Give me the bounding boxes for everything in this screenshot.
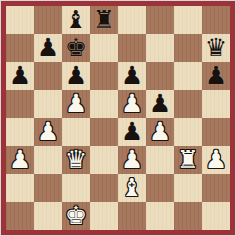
square-h4[interactable] — [202, 118, 230, 146]
square-b4[interactable]: ♟ — [34, 118, 62, 146]
square-h5[interactable] — [202, 90, 230, 118]
square-a5[interactable] — [6, 90, 34, 118]
square-d8[interactable]: ♜ — [90, 6, 118, 34]
square-g4[interactable] — [174, 118, 202, 146]
square-e1[interactable] — [118, 202, 146, 230]
square-e3[interactable]: ♟ — [118, 146, 146, 174]
white-rook-icon: ♜ — [177, 146, 199, 174]
white-pawn-icon: ♟ — [121, 146, 143, 174]
square-d3[interactable] — [90, 146, 118, 174]
square-b8[interactable] — [34, 6, 62, 34]
black-pawn-icon: ♟ — [9, 62, 31, 90]
square-d1[interactable] — [90, 202, 118, 230]
black-queen-icon: ♛ — [205, 34, 227, 62]
square-d4[interactable] — [90, 118, 118, 146]
square-g5[interactable] — [174, 90, 202, 118]
square-a7[interactable] — [6, 34, 34, 62]
square-d6[interactable] — [90, 62, 118, 90]
square-c6[interactable]: ♟ — [62, 62, 90, 90]
board-frame: ♝♜♟♚♛♟♟♟♟♟♟♟♟♟♟♟♛♟♜♟♝♚ — [0, 0, 236, 236]
white-pawn-icon: ♟ — [37, 118, 59, 146]
square-a3[interactable]: ♟ — [6, 146, 34, 174]
square-f2[interactable] — [146, 174, 174, 202]
black-pawn-icon: ♟ — [65, 62, 87, 90]
square-a1[interactable] — [6, 202, 34, 230]
square-g8[interactable] — [174, 6, 202, 34]
square-h6[interactable]: ♟ — [202, 62, 230, 90]
square-e6[interactable]: ♟ — [118, 62, 146, 90]
black-king-icon: ♚ — [65, 34, 87, 62]
square-g7[interactable] — [174, 34, 202, 62]
square-f6[interactable] — [146, 62, 174, 90]
square-e2[interactable]: ♝ — [118, 174, 146, 202]
square-f4[interactable]: ♟ — [146, 118, 174, 146]
square-b6[interactable] — [34, 62, 62, 90]
square-e8[interactable] — [118, 6, 146, 34]
black-pawn-icon: ♟ — [205, 62, 227, 90]
square-h7[interactable]: ♛ — [202, 34, 230, 62]
black-pawn-icon: ♟ — [149, 90, 171, 118]
square-c5[interactable]: ♟ — [62, 90, 90, 118]
white-pawn-icon: ♟ — [149, 118, 171, 146]
square-e5[interactable]: ♟ — [118, 90, 146, 118]
square-b3[interactable] — [34, 146, 62, 174]
black-pawn-icon: ♟ — [37, 34, 59, 62]
square-c7[interactable]: ♚ — [62, 34, 90, 62]
square-g2[interactable] — [174, 174, 202, 202]
square-c1[interactable]: ♚ — [62, 202, 90, 230]
chess-board: ♝♜♟♚♛♟♟♟♟♟♟♟♟♟♟♟♛♟♜♟♝♚ — [6, 6, 230, 230]
black-rook-icon: ♜ — [93, 6, 115, 34]
square-d7[interactable] — [90, 34, 118, 62]
square-b5[interactable] — [34, 90, 62, 118]
square-h2[interactable] — [202, 174, 230, 202]
square-b2[interactable] — [34, 174, 62, 202]
square-c2[interactable] — [62, 174, 90, 202]
square-a2[interactable] — [6, 174, 34, 202]
square-h3[interactable]: ♟ — [202, 146, 230, 174]
square-f7[interactable] — [146, 34, 174, 62]
white-pawn-icon: ♟ — [205, 146, 227, 174]
square-e4[interactable]: ♟ — [118, 118, 146, 146]
square-e7[interactable] — [118, 34, 146, 62]
white-bishop-icon: ♝ — [121, 174, 143, 202]
square-b7[interactable]: ♟ — [34, 34, 62, 62]
square-g6[interactable] — [174, 62, 202, 90]
square-c8[interactable]: ♝ — [62, 6, 90, 34]
square-f8[interactable] — [146, 6, 174, 34]
square-d2[interactable] — [90, 174, 118, 202]
white-pawn-icon: ♟ — [9, 146, 31, 174]
square-f3[interactable] — [146, 146, 174, 174]
white-king-icon: ♚ — [65, 202, 87, 230]
square-g3[interactable]: ♜ — [174, 146, 202, 174]
square-h8[interactable] — [202, 6, 230, 34]
square-a6[interactable]: ♟ — [6, 62, 34, 90]
square-b1[interactable] — [34, 202, 62, 230]
white-queen-icon: ♛ — [65, 146, 87, 174]
black-pawn-icon: ♟ — [121, 118, 143, 146]
square-c3[interactable]: ♛ — [62, 146, 90, 174]
square-a8[interactable] — [6, 6, 34, 34]
square-g1[interactable] — [174, 202, 202, 230]
white-pawn-icon: ♟ — [65, 90, 87, 118]
black-bishop-icon: ♝ — [65, 6, 87, 34]
black-pawn-icon: ♟ — [121, 62, 143, 90]
square-h1[interactable] — [202, 202, 230, 230]
square-f5[interactable]: ♟ — [146, 90, 174, 118]
white-pawn-icon: ♟ — [121, 90, 143, 118]
square-a4[interactable] — [6, 118, 34, 146]
square-d5[interactable] — [90, 90, 118, 118]
square-c4[interactable] — [62, 118, 90, 146]
square-f1[interactable] — [146, 202, 174, 230]
